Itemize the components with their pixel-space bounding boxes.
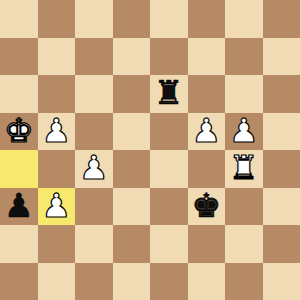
square-e6[interactable] <box>113 188 151 226</box>
square-g3[interactable] <box>38 75 76 113</box>
square-g5[interactable] <box>38 150 76 188</box>
white-rook[interactable]: ♜ <box>229 149 259 187</box>
square-g7[interactable] <box>38 225 76 263</box>
chess-board: ♜♚♟♟♟♟♜♟♟♚ <box>0 0 300 300</box>
square-c1[interactable] <box>188 0 226 38</box>
square-d4[interactable] <box>150 113 188 151</box>
square-c5[interactable] <box>188 150 226 188</box>
square-h5[interactable] <box>0 150 38 188</box>
square-h1[interactable] <box>0 0 38 38</box>
square-f4[interactable] <box>75 113 113 151</box>
square-d8[interactable] <box>150 263 188 300</box>
square-g6[interactable]: ♟ <box>38 188 76 226</box>
square-c2[interactable] <box>188 38 226 76</box>
black-rook[interactable]: ♜ <box>154 74 184 112</box>
square-c7[interactable] <box>188 225 226 263</box>
square-f2[interactable] <box>75 38 113 76</box>
square-b3[interactable] <box>225 75 263 113</box>
square-b8[interactable] <box>225 263 263 300</box>
square-f5[interactable]: ♟ <box>75 150 113 188</box>
square-b1[interactable] <box>225 0 263 38</box>
square-a7[interactable] <box>263 225 301 263</box>
square-a6[interactable] <box>263 188 301 226</box>
square-b5[interactable]: ♜ <box>225 150 263 188</box>
square-a8[interactable] <box>263 263 301 300</box>
square-e1[interactable] <box>113 0 151 38</box>
white-pawn[interactable]: ♟ <box>191 112 221 150</box>
square-a4[interactable] <box>263 113 301 151</box>
square-d6[interactable] <box>150 188 188 226</box>
black-king[interactable]: ♚ <box>191 187 221 225</box>
square-a1[interactable] <box>263 0 301 38</box>
square-a3[interactable] <box>263 75 301 113</box>
square-d7[interactable] <box>150 225 188 263</box>
square-f7[interactable] <box>75 225 113 263</box>
square-h6[interactable]: ♟ <box>0 188 38 226</box>
square-b6[interactable] <box>225 188 263 226</box>
square-a5[interactable] <box>263 150 301 188</box>
square-h8[interactable] <box>0 263 38 300</box>
square-g4[interactable]: ♟ <box>38 113 76 151</box>
square-h3[interactable] <box>0 75 38 113</box>
square-f8[interactable] <box>75 263 113 300</box>
square-e2[interactable] <box>113 38 151 76</box>
white-pawn[interactable]: ♟ <box>41 112 71 150</box>
square-g2[interactable] <box>38 38 76 76</box>
square-c4[interactable]: ♟ <box>188 113 226 151</box>
square-e7[interactable] <box>113 225 151 263</box>
square-h2[interactable] <box>0 38 38 76</box>
square-b2[interactable] <box>225 38 263 76</box>
square-d3[interactable]: ♜ <box>150 75 188 113</box>
white-pawn[interactable]: ♟ <box>229 112 259 150</box>
square-d1[interactable] <box>150 0 188 38</box>
square-f3[interactable] <box>75 75 113 113</box>
black-pawn[interactable]: ♟ <box>4 187 34 225</box>
square-f6[interactable] <box>75 188 113 226</box>
square-e8[interactable] <box>113 263 151 300</box>
square-b4[interactable]: ♟ <box>225 113 263 151</box>
square-e3[interactable] <box>113 75 151 113</box>
square-c3[interactable] <box>188 75 226 113</box>
square-e5[interactable] <box>113 150 151 188</box>
square-g1[interactable] <box>38 0 76 38</box>
white-pawn[interactable]: ♟ <box>79 149 109 187</box>
square-c6[interactable]: ♚ <box>188 188 226 226</box>
square-d5[interactable] <box>150 150 188 188</box>
square-g8[interactable] <box>38 263 76 300</box>
white-king[interactable]: ♚ <box>4 112 34 150</box>
square-f1[interactable] <box>75 0 113 38</box>
white-pawn[interactable]: ♟ <box>41 187 71 225</box>
square-h4[interactable]: ♚ <box>0 113 38 151</box>
square-a2[interactable] <box>263 38 301 76</box>
square-c8[interactable] <box>188 263 226 300</box>
square-d2[interactable] <box>150 38 188 76</box>
square-b7[interactable] <box>225 225 263 263</box>
square-h7[interactable] <box>0 225 38 263</box>
square-e4[interactable] <box>113 113 151 151</box>
